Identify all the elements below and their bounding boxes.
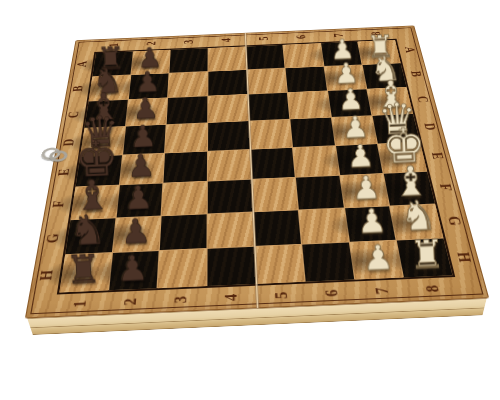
scene: 12345678 12345678 ABCDEFGH ABCDEFGH ♜♟♟♜… [0, 0, 500, 400]
square-F5 [252, 178, 298, 212]
square-H8: ♜ [397, 239, 452, 278]
square-C5 [248, 93, 289, 121]
square-C6 [288, 91, 331, 118]
square-H4 [207, 247, 255, 286]
board-face: 12345678 12345678 ABCDEFGH ABCDEFGH ♜♟♟♜… [25, 26, 489, 319]
square-E5 [251, 148, 295, 179]
piece-dark-pawn: ♟ [115, 181, 161, 215]
square-B5 [247, 68, 287, 94]
square-C4 [208, 95, 248, 123]
piece-light-pawn: ♟ [348, 204, 396, 239]
piece-dark-pawn: ♟ [111, 215, 159, 250]
square-E4 [208, 149, 251, 180]
square-H2: ♟ [109, 251, 159, 290]
square-D3 [165, 123, 207, 152]
square-H1: ♜ [59, 253, 111, 292]
piece-dark-pawn: ♟ [107, 251, 157, 288]
square-C3 [167, 96, 207, 124]
square-F4 [208, 180, 253, 214]
piece-light-pawn: ♟ [353, 240, 403, 277]
square-G2: ♟ [113, 216, 161, 252]
square-G4 [207, 212, 253, 248]
square-H3 [158, 249, 206, 288]
square-D5 [249, 119, 292, 148]
square-A3 [170, 48, 208, 72]
square-G3 [160, 214, 207, 250]
square-A5 [246, 45, 285, 69]
square-H6 [302, 243, 354, 282]
chess-board: 12345678 12345678 ABCDEFGH ABCDEFGH ♜♟♟♜… [25, 26, 489, 319]
square-E3 [164, 151, 207, 182]
square-G5 [253, 210, 301, 246]
square-G6 [299, 208, 349, 244]
square-H5 [255, 245, 305, 284]
piece-dark-rook: ♜ [58, 248, 108, 289]
square-D4 [208, 121, 250, 150]
square-B4 [208, 70, 247, 96]
square-H7: ♟ [350, 241, 403, 280]
piece-light-pawn: ♟ [343, 171, 389, 205]
piece-light-rook: ♜ [402, 233, 452, 274]
piece-dark-pawn: ♟ [119, 150, 163, 183]
square-B3 [168, 72, 207, 98]
square-F3 [162, 182, 207, 216]
product-photo: 12345678 12345678 ABCDEFGH ABCDEFGH ♜♟♟♜… [0, 0, 500, 400]
square-A4 [208, 47, 246, 71]
